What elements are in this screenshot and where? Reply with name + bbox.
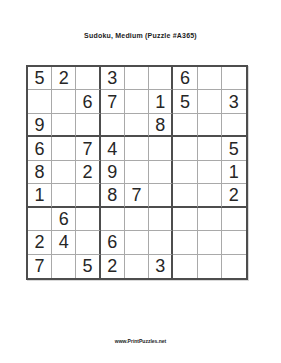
sudoku-cell-r5c1: 8 bbox=[28, 161, 52, 184]
sudoku-cell-r1c5 bbox=[125, 67, 149, 90]
sudoku-cell-r8c7 bbox=[173, 231, 197, 254]
sudoku-cell-r1c1: 5 bbox=[28, 67, 52, 90]
sudoku-cell-r4c2 bbox=[52, 137, 76, 160]
sudoku-cell-r8c6 bbox=[149, 231, 173, 254]
sudoku-cell-r5c5 bbox=[125, 161, 149, 184]
sudoku-cell-r4c1: 6 bbox=[28, 137, 52, 160]
sudoku-cell-r4c8 bbox=[198, 137, 222, 160]
sudoku-cell-r3c1: 9 bbox=[28, 114, 52, 137]
sudoku-cell-r7c4 bbox=[101, 208, 125, 231]
sudoku-cell-r9c1: 7 bbox=[28, 255, 52, 278]
sudoku-cell-r2c5 bbox=[125, 90, 149, 113]
sudoku-cell-r6c5: 7 bbox=[125, 184, 149, 207]
sudoku-cell-r7c9 bbox=[222, 208, 246, 231]
sudoku-cell-r3c8 bbox=[198, 114, 222, 137]
sudoku-cell-r2c8 bbox=[198, 90, 222, 113]
sudoku-cell-r1c4: 3 bbox=[101, 67, 125, 90]
sudoku-cell-r2c7: 5 bbox=[173, 90, 197, 113]
sudoku-cell-r6c6 bbox=[149, 184, 173, 207]
sudoku-cell-r1c7: 6 bbox=[173, 67, 197, 90]
sudoku-cell-r7c3 bbox=[76, 208, 100, 231]
sudoku-cell-r9c3: 5 bbox=[76, 255, 100, 278]
sudoku-cell-r2c3: 6 bbox=[76, 90, 100, 113]
sudoku-cell-r9c6: 3 bbox=[149, 255, 173, 278]
sudoku-cell-r5c8 bbox=[198, 161, 222, 184]
sudoku-cell-r4c6 bbox=[149, 137, 173, 160]
sudoku-cell-r7c2: 6 bbox=[52, 208, 76, 231]
sudoku-cell-r6c1: 1 bbox=[28, 184, 52, 207]
sudoku-cell-r4c3: 7 bbox=[76, 137, 100, 160]
sudoku-cell-r8c5 bbox=[125, 231, 149, 254]
footer-url: www.PrintPuzzles.net bbox=[0, 338, 281, 344]
sudoku-cell-r8c3 bbox=[76, 231, 100, 254]
sudoku-cell-r7c6 bbox=[149, 208, 173, 231]
sudoku-cell-r8c9 bbox=[222, 231, 246, 254]
sudoku-cell-r3c3 bbox=[76, 114, 100, 137]
sudoku-cell-r8c2: 4 bbox=[52, 231, 76, 254]
sudoku-cell-r1c2: 2 bbox=[52, 67, 76, 90]
sudoku-cell-r1c8 bbox=[198, 67, 222, 90]
sudoku-cell-r2c2 bbox=[52, 90, 76, 113]
sudoku-cell-r9c9 bbox=[222, 255, 246, 278]
sudoku-cell-r4c9: 5 bbox=[222, 137, 246, 160]
sudoku-cell-r3c5 bbox=[125, 114, 149, 137]
sudoku-cell-r2c4: 7 bbox=[101, 90, 125, 113]
sudoku-cell-r2c6: 1 bbox=[149, 90, 173, 113]
sudoku-cell-r5c6 bbox=[149, 161, 173, 184]
sudoku-cell-r1c6 bbox=[149, 67, 173, 90]
sudoku-cell-r8c8 bbox=[198, 231, 222, 254]
sudoku-cell-r2c9: 3 bbox=[222, 90, 246, 113]
sudoku-print-page: Sudoku, Medium (Puzzle #A365) 5236671539… bbox=[0, 0, 281, 363]
sudoku-cell-r3c4 bbox=[101, 114, 125, 137]
sudoku-cell-r8c4: 6 bbox=[101, 231, 125, 254]
sudoku-cell-r7c5 bbox=[125, 208, 149, 231]
sudoku-cell-r6c8 bbox=[198, 184, 222, 207]
sudoku-cell-r6c7 bbox=[173, 184, 197, 207]
sudoku-cell-r5c3: 2 bbox=[76, 161, 100, 184]
sudoku-cell-r9c5 bbox=[125, 255, 149, 278]
sudoku-cell-r6c3 bbox=[76, 184, 100, 207]
sudoku-cell-r3c2 bbox=[52, 114, 76, 137]
sudoku-cell-r1c9 bbox=[222, 67, 246, 90]
sudoku-cell-r5c7 bbox=[173, 161, 197, 184]
sudoku-cell-r7c7 bbox=[173, 208, 197, 231]
sudoku-cell-r9c4: 2 bbox=[101, 255, 125, 278]
sudoku-cell-r5c4: 9 bbox=[101, 161, 125, 184]
sudoku-cell-r9c2 bbox=[52, 255, 76, 278]
sudoku-cell-r7c8 bbox=[198, 208, 222, 231]
sudoku-cell-r3c9 bbox=[222, 114, 246, 137]
sudoku-cell-r7c1 bbox=[28, 208, 52, 231]
sudoku-board: 5236671539867458291187262467523 bbox=[26, 65, 248, 280]
sudoku-cell-r4c4: 4 bbox=[101, 137, 125, 160]
sudoku-cell-r6c2 bbox=[52, 184, 76, 207]
sudoku-cell-r9c8 bbox=[198, 255, 222, 278]
sudoku-cell-r3c7 bbox=[173, 114, 197, 137]
sudoku-cell-r6c9: 2 bbox=[222, 184, 246, 207]
sudoku-cell-r4c5 bbox=[125, 137, 149, 160]
page-title: Sudoku, Medium (Puzzle #A365) bbox=[0, 32, 281, 39]
sudoku-cell-r9c7 bbox=[173, 255, 197, 278]
sudoku-cell-r2c1 bbox=[28, 90, 52, 113]
sudoku-cell-r5c2 bbox=[52, 161, 76, 184]
sudoku-cell-r6c4: 8 bbox=[101, 184, 125, 207]
sudoku-cell-r5c9: 1 bbox=[222, 161, 246, 184]
sudoku-cell-r1c3 bbox=[76, 67, 100, 90]
sudoku-cell-r3c6: 8 bbox=[149, 114, 173, 137]
sudoku-cell-r4c7 bbox=[173, 137, 197, 160]
sudoku-cell-r8c1: 2 bbox=[28, 231, 52, 254]
